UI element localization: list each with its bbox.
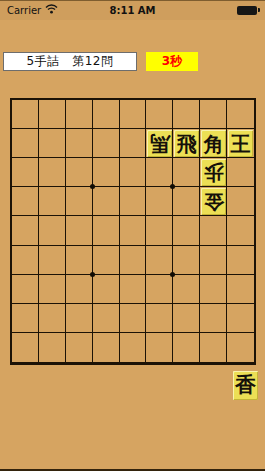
battery-icon: [237, 6, 257, 15]
timer-badge: 3秒: [146, 52, 198, 71]
piece-gote-1二[interactable]: 王: [228, 130, 253, 157]
clock: 8:11 AM: [0, 0, 265, 20]
problem-label: 5手詰 第12問: [3, 52, 137, 71]
piece-kanji: 香: [235, 375, 256, 396]
piece-sente-2二[interactable]: 角: [201, 130, 226, 157]
piece-kanji: 飛: [177, 134, 197, 154]
piece-kanji: 金: [204, 192, 224, 212]
piece-gote-4二[interactable]: 馬: [147, 130, 172, 157]
piece-layer: 馬飛角王歩金: [12, 100, 254, 362]
piece-kanji: 王: [231, 134, 251, 154]
status-bar-right: [237, 0, 257, 20]
sente-hand-tray: 香: [0, 371, 258, 403]
piece-kanji: 角: [204, 134, 224, 154]
piece-kanji: 馬: [150, 134, 170, 154]
piece-kanji: 歩: [204, 163, 224, 183]
piece-gote-2三[interactable]: 歩: [201, 159, 226, 186]
shogi-board[interactable]: 馬飛角王歩金: [10, 98, 256, 365]
piece-sente-3二[interactable]: 飛: [174, 130, 199, 157]
app-screen: Carrier 8:11 AM 5手詰 第12問 3秒 馬飛角王歩金 香: [0, 0, 265, 471]
piece-gote-2四[interactable]: 金: [201, 188, 226, 215]
status-bar: Carrier 8:11 AM: [0, 0, 265, 20]
hand-piece-sente[interactable]: 香: [233, 371, 258, 400]
